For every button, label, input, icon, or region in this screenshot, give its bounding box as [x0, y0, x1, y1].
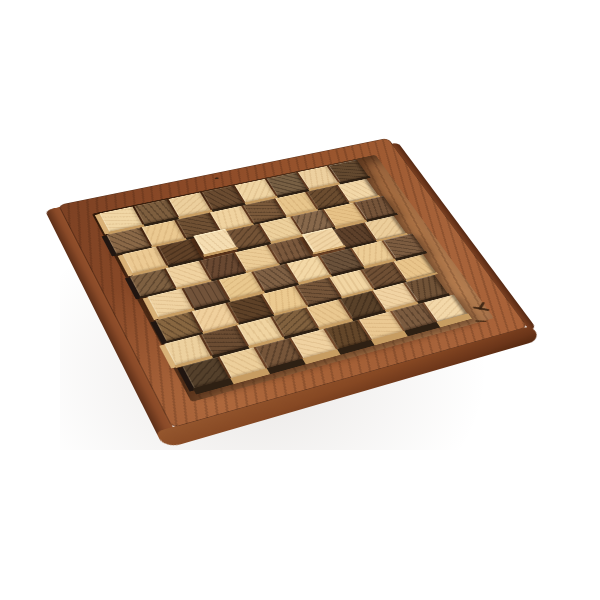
chessboard — [94, 159, 468, 389]
knot-dot — [214, 177, 219, 179]
product-photo-stage — [0, 0, 600, 600]
